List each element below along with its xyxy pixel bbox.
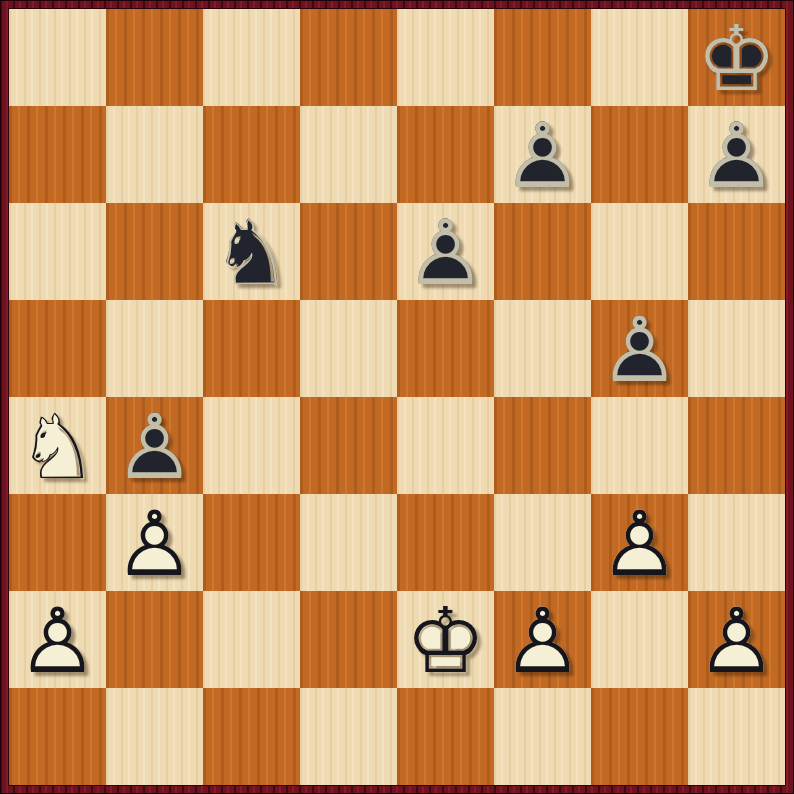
piece-black-pawn-f7[interactable]: ♟♙ [494,106,591,203]
black-pawn-outline-glyph: ♙ [591,300,688,397]
piece-white-pawn-f2[interactable]: ♟♙ [494,591,591,688]
square-f8[interactable] [494,9,591,106]
square-a8[interactable] [9,9,106,106]
square-d3[interactable] [300,494,397,591]
white-pawn-outline-glyph: ♙ [106,494,203,591]
square-g3[interactable]: ♟♙ [591,494,688,591]
square-a7[interactable] [9,106,106,203]
board-frame: ♚♔♟♙♟♙♞♘♟♙♟♙♞♘♟♙♟♙♟♙♟♙♚♔♟♙♟♙ [0,0,794,794]
square-f3[interactable] [494,494,591,591]
square-b6[interactable] [106,203,203,300]
square-f6[interactable] [494,203,591,300]
square-f5[interactable] [494,300,591,397]
black-pawn-outline-glyph: ♙ [688,106,785,203]
square-b8[interactable] [106,9,203,106]
square-c6[interactable]: ♞♘ [203,203,300,300]
black-knight-outline-glyph: ♘ [203,203,300,300]
square-g1[interactable] [591,688,688,785]
piece-black-pawn-g5[interactable]: ♟♙ [591,300,688,397]
square-d6[interactable] [300,203,397,300]
white-pawn-outline-glyph: ♙ [688,591,785,688]
square-d4[interactable] [300,397,397,494]
white-pawn-outline-glyph: ♙ [494,591,591,688]
piece-black-pawn-b4[interactable]: ♟♙ [106,397,203,494]
white-king-outline-glyph: ♔ [397,591,494,688]
square-a4[interactable]: ♞♘ [9,397,106,494]
square-h1[interactable] [688,688,785,785]
white-knight-outline-glyph: ♘ [9,397,106,494]
square-b3[interactable]: ♟♙ [106,494,203,591]
square-a2[interactable]: ♟♙ [9,591,106,688]
square-c3[interactable] [203,494,300,591]
square-c7[interactable] [203,106,300,203]
piece-white-pawn-g3[interactable]: ♟♙ [591,494,688,591]
square-c8[interactable] [203,9,300,106]
square-b1[interactable] [106,688,203,785]
white-pawn-outline-glyph: ♙ [9,591,106,688]
square-e6[interactable]: ♟♙ [397,203,494,300]
black-king-outline-glyph: ♔ [688,9,785,106]
chess-board: ♚♔♟♙♟♙♞♘♟♙♟♙♞♘♟♙♟♙♟♙♟♙♚♔♟♙♟♙ [9,9,785,785]
square-d5[interactable] [300,300,397,397]
square-b4[interactable]: ♟♙ [106,397,203,494]
piece-white-pawn-h2[interactable]: ♟♙ [688,591,785,688]
piece-black-pawn-e6[interactable]: ♟♙ [397,203,494,300]
square-h4[interactable] [688,397,785,494]
square-d2[interactable] [300,591,397,688]
square-g6[interactable] [591,203,688,300]
square-e7[interactable] [397,106,494,203]
square-b5[interactable] [106,300,203,397]
square-d1[interactable] [300,688,397,785]
square-h3[interactable] [688,494,785,591]
piece-white-king-e2[interactable]: ♚♔ [397,591,494,688]
square-e5[interactable] [397,300,494,397]
piece-black-pawn-h7[interactable]: ♟♙ [688,106,785,203]
black-pawn-outline-glyph: ♙ [494,106,591,203]
piece-white-knight-a4[interactable]: ♞♘ [9,397,106,494]
square-h7[interactable]: ♟♙ [688,106,785,203]
square-f7[interactable]: ♟♙ [494,106,591,203]
square-h5[interactable] [688,300,785,397]
black-pawn-outline-glyph: ♙ [397,203,494,300]
square-h2[interactable]: ♟♙ [688,591,785,688]
square-f1[interactable] [494,688,591,785]
white-pawn-outline-glyph: ♙ [591,494,688,591]
square-a1[interactable] [9,688,106,785]
square-d7[interactable] [300,106,397,203]
square-f4[interactable] [494,397,591,494]
square-e2[interactable]: ♚♔ [397,591,494,688]
square-f2[interactable]: ♟♙ [494,591,591,688]
square-b2[interactable] [106,591,203,688]
square-c1[interactable] [203,688,300,785]
piece-black-king-h8[interactable]: ♚♔ [688,9,785,106]
square-a3[interactable] [9,494,106,591]
square-g4[interactable] [591,397,688,494]
square-g2[interactable] [591,591,688,688]
square-g7[interactable] [591,106,688,203]
square-e1[interactable] [397,688,494,785]
square-c4[interactable] [203,397,300,494]
square-a6[interactable] [9,203,106,300]
square-b7[interactable] [106,106,203,203]
square-g5[interactable]: ♟♙ [591,300,688,397]
square-g8[interactable] [591,9,688,106]
piece-white-pawn-a2[interactable]: ♟♙ [9,591,106,688]
square-e4[interactable] [397,397,494,494]
square-c5[interactable] [203,300,300,397]
square-e8[interactable] [397,9,494,106]
piece-black-knight-c6[interactable]: ♞♘ [203,203,300,300]
square-h6[interactable] [688,203,785,300]
square-a5[interactable] [9,300,106,397]
piece-white-pawn-b3[interactable]: ♟♙ [106,494,203,591]
black-pawn-outline-glyph: ♙ [106,397,203,494]
square-d8[interactable] [300,9,397,106]
square-h8[interactable]: ♚♔ [688,9,785,106]
square-e3[interactable] [397,494,494,591]
square-c2[interactable] [203,591,300,688]
